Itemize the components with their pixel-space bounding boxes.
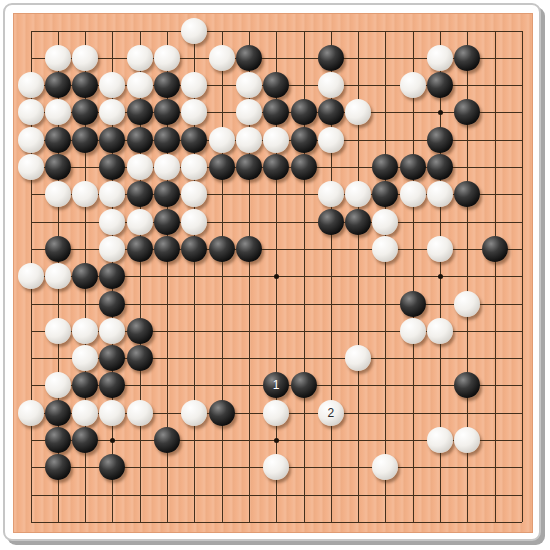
grid-line-vertical — [522, 31, 523, 522]
black-stone — [236, 45, 262, 71]
black-stone — [99, 154, 125, 180]
white-stone — [99, 236, 125, 262]
white-stone — [318, 127, 344, 153]
black-stone — [127, 345, 153, 371]
white-stone — [127, 45, 153, 71]
black-stone: 1 — [263, 372, 289, 398]
white-stone — [427, 427, 453, 453]
hoshi-dot — [110, 438, 115, 443]
black-stone — [318, 45, 344, 71]
black-stone — [427, 72, 453, 98]
white-stone — [209, 127, 235, 153]
black-stone — [372, 181, 398, 207]
black-stone — [45, 127, 71, 153]
white-stone — [127, 209, 153, 235]
black-stone — [154, 127, 180, 153]
black-stone — [99, 127, 125, 153]
hoshi-dot — [438, 274, 443, 279]
white-stone — [400, 318, 426, 344]
black-stone — [45, 427, 71, 453]
white-stone — [181, 99, 207, 125]
black-stone — [400, 291, 426, 317]
white-stone — [18, 99, 44, 125]
black-stone — [263, 154, 289, 180]
black-stone — [154, 99, 180, 125]
black-stone — [72, 372, 98, 398]
black-stone — [45, 454, 71, 480]
black-stone — [454, 45, 480, 71]
black-stone — [209, 400, 235, 426]
black-stone — [236, 154, 262, 180]
black-stone — [127, 318, 153, 344]
white-stone — [99, 400, 125, 426]
black-stone — [154, 209, 180, 235]
black-stone — [72, 127, 98, 153]
black-stone — [72, 99, 98, 125]
black-stone — [181, 127, 207, 153]
black-stone — [127, 236, 153, 262]
black-stone — [400, 154, 426, 180]
white-stone — [318, 72, 344, 98]
black-stone — [454, 181, 480, 207]
white-stone — [400, 72, 426, 98]
black-stone — [154, 181, 180, 207]
white-stone — [45, 263, 71, 289]
black-stone — [127, 99, 153, 125]
white-stone — [45, 45, 71, 71]
white-stone — [427, 181, 453, 207]
white-stone — [99, 72, 125, 98]
white-stone — [72, 45, 98, 71]
white-stone — [45, 372, 71, 398]
white-stone — [427, 236, 453, 262]
white-stone — [18, 72, 44, 98]
black-stone — [72, 427, 98, 453]
white-stone — [181, 18, 207, 44]
black-stone — [209, 236, 235, 262]
white-stone — [181, 154, 207, 180]
black-stone — [427, 127, 453, 153]
black-stone — [72, 72, 98, 98]
white-stone — [45, 318, 71, 344]
go-app-window: 12 — [0, 0, 550, 550]
black-stone — [45, 236, 71, 262]
white-stone — [154, 154, 180, 180]
black-stone — [45, 72, 71, 98]
black-stone — [154, 236, 180, 262]
black-stone — [45, 400, 71, 426]
white-stone — [127, 72, 153, 98]
black-stone — [263, 72, 289, 98]
white-stone — [72, 181, 98, 207]
white-stone — [181, 209, 207, 235]
white-stone — [18, 400, 44, 426]
white-stone — [154, 45, 180, 71]
white-stone — [99, 318, 125, 344]
hoshi-dot — [274, 274, 279, 279]
black-stone — [45, 154, 71, 180]
black-stone — [291, 154, 317, 180]
white-stone — [318, 181, 344, 207]
white-stone — [263, 454, 289, 480]
grid-line-vertical — [385, 31, 386, 522]
go-board[interactable]: 12 — [13, 13, 533, 533]
white-stone — [181, 72, 207, 98]
white-stone — [263, 127, 289, 153]
black-stone — [154, 72, 180, 98]
black-stone — [99, 454, 125, 480]
white-stone — [18, 127, 44, 153]
white-stone — [236, 127, 262, 153]
black-stone — [154, 427, 180, 453]
black-stone — [291, 99, 317, 125]
hoshi-dot — [274, 438, 279, 443]
grid-line-vertical — [495, 31, 496, 522]
white-stone — [209, 45, 235, 71]
white-stone — [72, 345, 98, 371]
white-stone — [372, 454, 398, 480]
black-stone — [209, 154, 235, 180]
move-number-label: 2 — [327, 407, 334, 419]
white-stone: 2 — [318, 400, 344, 426]
white-stone — [18, 263, 44, 289]
white-stone — [345, 345, 371, 371]
black-stone — [99, 291, 125, 317]
black-stone — [427, 154, 453, 180]
grid-line-horizontal — [31, 495, 522, 496]
white-stone — [427, 45, 453, 71]
white-stone — [181, 181, 207, 207]
white-stone — [400, 181, 426, 207]
white-stone — [372, 209, 398, 235]
black-stone — [454, 372, 480, 398]
white-stone — [72, 400, 98, 426]
black-stone — [482, 236, 508, 262]
black-stone — [318, 99, 344, 125]
grid-line-vertical — [413, 31, 414, 522]
white-stone — [181, 400, 207, 426]
white-stone — [99, 99, 125, 125]
go-board-panel: 12 — [3, 3, 541, 541]
white-stone — [454, 427, 480, 453]
black-stone — [99, 263, 125, 289]
black-stone — [454, 99, 480, 125]
black-stone — [127, 127, 153, 153]
white-stone — [345, 99, 371, 125]
white-stone — [99, 209, 125, 235]
white-stone — [454, 291, 480, 317]
white-stone — [345, 181, 371, 207]
black-stone — [291, 372, 317, 398]
black-stone — [236, 236, 262, 262]
white-stone — [263, 400, 289, 426]
white-stone — [127, 400, 153, 426]
white-stone — [127, 154, 153, 180]
black-stone — [318, 209, 344, 235]
white-stone — [236, 99, 262, 125]
black-stone — [345, 209, 371, 235]
black-stone — [181, 236, 207, 262]
white-stone — [72, 318, 98, 344]
white-stone — [45, 181, 71, 207]
white-stone — [45, 99, 71, 125]
hoshi-dot — [438, 110, 443, 115]
white-stone — [236, 72, 262, 98]
grid-line-horizontal — [31, 522, 522, 523]
white-stone — [427, 318, 453, 344]
black-stone — [99, 345, 125, 371]
white-stone — [372, 236, 398, 262]
black-stone — [72, 263, 98, 289]
white-stone — [18, 154, 44, 180]
white-stone — [99, 181, 125, 207]
black-stone — [127, 181, 153, 207]
black-stone — [99, 372, 125, 398]
black-stone — [291, 127, 317, 153]
black-stone — [263, 99, 289, 125]
move-number-label: 1 — [273, 379, 280, 391]
black-stone — [372, 154, 398, 180]
